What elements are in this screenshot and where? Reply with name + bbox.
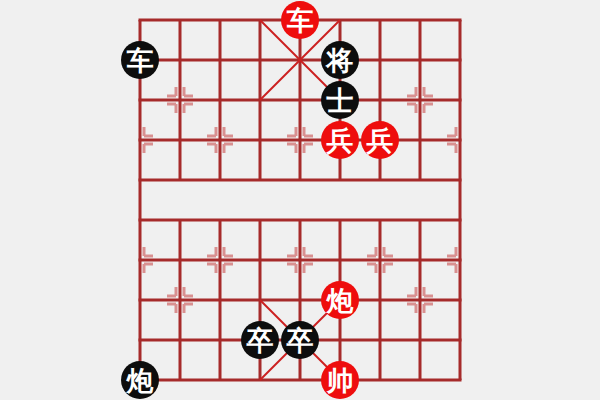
piece-black-cannon[interactable]: 炮 (121, 361, 159, 399)
pieces-layer: 车车将士兵兵炮卒卒炮帅 (120, 0, 480, 400)
piece-red-soldier[interactable]: 兵 (361, 121, 399, 159)
piece-red-soldier[interactable]: 兵 (321, 121, 359, 159)
piece-black-soldier[interactable]: 卒 (241, 321, 279, 359)
piece-black-soldier[interactable]: 卒 (281, 321, 319, 359)
piece-red-chariot[interactable]: 车 (281, 1, 319, 39)
xiangqi-board-diagram: 车车将士兵兵炮卒卒炮帅 (0, 0, 600, 400)
piece-black-advisor[interactable]: 士 (321, 81, 359, 119)
piece-black-chariot[interactable]: 车 (121, 41, 159, 79)
piece-red-cannon[interactable]: 炮 (321, 281, 359, 319)
piece-red-general[interactable]: 帅 (321, 361, 359, 399)
piece-black-general[interactable]: 将 (321, 41, 359, 79)
